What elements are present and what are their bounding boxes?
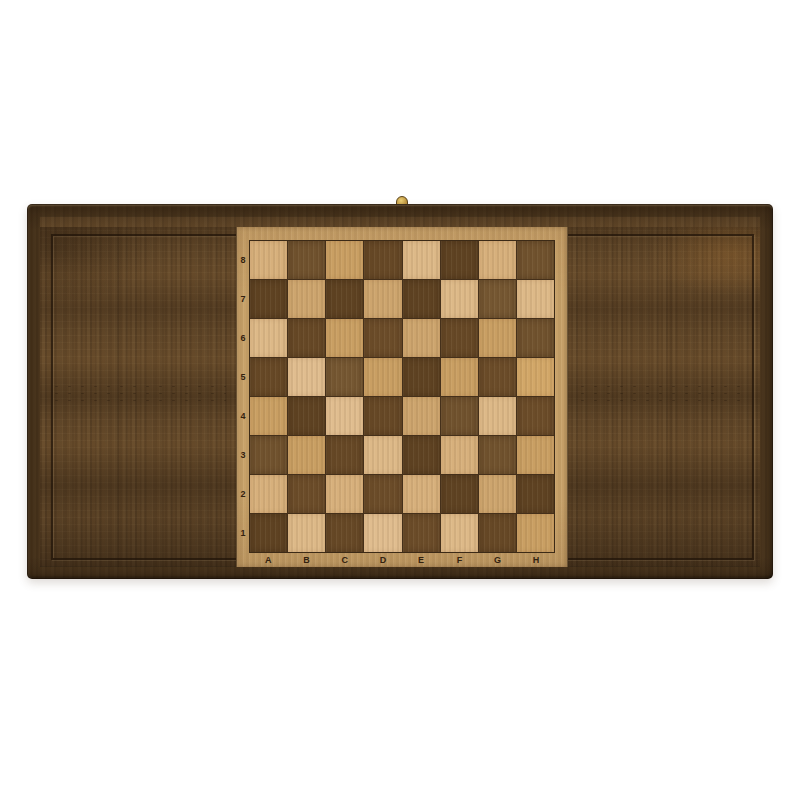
- square-f5[interactable]: [441, 358, 478, 396]
- square-f7[interactable]: [441, 280, 478, 318]
- square-d1[interactable]: [364, 514, 401, 552]
- file-label-h: H: [517, 554, 555, 567]
- square-f1[interactable]: [441, 514, 478, 552]
- file-label-e: E: [402, 554, 440, 567]
- rank-label-4: 4: [237, 397, 249, 436]
- square-e8[interactable]: [403, 241, 440, 279]
- square-b4[interactable]: [288, 397, 325, 435]
- square-a5[interactable]: [250, 358, 287, 396]
- wooden-game-box: 87654321 ABCDEFGH: [27, 204, 773, 579]
- file-label-c: C: [326, 554, 364, 567]
- square-e1[interactable]: [403, 514, 440, 552]
- rank-label-1: 1: [237, 514, 249, 553]
- file-label-g: G: [479, 554, 517, 567]
- file-label-d: D: [364, 554, 402, 567]
- square-h6[interactable]: [517, 319, 554, 357]
- square-h4[interactable]: [517, 397, 554, 435]
- square-d4[interactable]: [364, 397, 401, 435]
- square-a3[interactable]: [250, 436, 287, 474]
- chessboard-panel: 87654321 ABCDEFGH: [236, 227, 568, 567]
- square-b2[interactable]: [288, 475, 325, 513]
- square-e7[interactable]: [403, 280, 440, 318]
- square-c7[interactable]: [326, 280, 363, 318]
- square-h7[interactable]: [517, 280, 554, 318]
- square-g7[interactable]: [479, 280, 516, 318]
- square-b8[interactable]: [288, 241, 325, 279]
- file-labels: ABCDEFGH: [249, 554, 555, 567]
- square-e2[interactable]: [403, 475, 440, 513]
- square-h5[interactable]: [517, 358, 554, 396]
- file-label-f: F: [440, 554, 478, 567]
- rank-label-2: 2: [237, 475, 249, 514]
- square-a7[interactable]: [250, 280, 287, 318]
- square-d7[interactable]: [364, 280, 401, 318]
- square-c8[interactable]: [326, 241, 363, 279]
- square-g8[interactable]: [479, 241, 516, 279]
- square-d8[interactable]: [364, 241, 401, 279]
- rank-label-3: 3: [237, 436, 249, 475]
- square-g2[interactable]: [479, 475, 516, 513]
- square-b1[interactable]: [288, 514, 325, 552]
- square-e5[interactable]: [403, 358, 440, 396]
- square-g3[interactable]: [479, 436, 516, 474]
- square-e6[interactable]: [403, 319, 440, 357]
- square-a4[interactable]: [250, 397, 287, 435]
- square-a2[interactable]: [250, 475, 287, 513]
- square-c1[interactable]: [326, 514, 363, 552]
- square-f2[interactable]: [441, 475, 478, 513]
- square-a1[interactable]: [250, 514, 287, 552]
- square-c3[interactable]: [326, 436, 363, 474]
- square-a6[interactable]: [250, 319, 287, 357]
- square-c5[interactable]: [326, 358, 363, 396]
- square-b5[interactable]: [288, 358, 325, 396]
- square-h1[interactable]: [517, 514, 554, 552]
- rank-label-5: 5: [237, 357, 249, 396]
- square-e4[interactable]: [403, 397, 440, 435]
- square-g6[interactable]: [479, 319, 516, 357]
- square-c6[interactable]: [326, 319, 363, 357]
- file-label-a: A: [249, 554, 287, 567]
- square-d3[interactable]: [364, 436, 401, 474]
- square-h2[interactable]: [517, 475, 554, 513]
- square-g1[interactable]: [479, 514, 516, 552]
- square-h8[interactable]: [517, 241, 554, 279]
- square-b6[interactable]: [288, 319, 325, 357]
- rank-label-7: 7: [237, 279, 249, 318]
- square-d6[interactable]: [364, 319, 401, 357]
- square-d2[interactable]: [364, 475, 401, 513]
- rank-label-6: 6: [237, 318, 249, 357]
- square-f8[interactable]: [441, 241, 478, 279]
- square-f4[interactable]: [441, 397, 478, 435]
- product-photo-stage: 87654321 ABCDEFGH: [0, 0, 800, 800]
- square-c4[interactable]: [326, 397, 363, 435]
- square-d5[interactable]: [364, 358, 401, 396]
- square-b3[interactable]: [288, 436, 325, 474]
- rank-labels: 87654321: [237, 240, 249, 553]
- file-label-b: B: [287, 554, 325, 567]
- square-g5[interactable]: [479, 358, 516, 396]
- chessboard-grid: [249, 240, 555, 553]
- square-f3[interactable]: [441, 436, 478, 474]
- square-c2[interactable]: [326, 475, 363, 513]
- square-f6[interactable]: [441, 319, 478, 357]
- square-a8[interactable]: [250, 241, 287, 279]
- square-b7[interactable]: [288, 280, 325, 318]
- square-h3[interactable]: [517, 436, 554, 474]
- rank-label-8: 8: [237, 240, 249, 279]
- square-e3[interactable]: [403, 436, 440, 474]
- square-g4[interactable]: [479, 397, 516, 435]
